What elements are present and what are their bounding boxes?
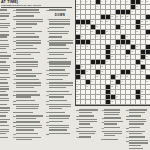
cell-number: 80 [146, 80, 148, 82]
clue-text-line [104, 131, 122, 132]
clue-item: 18 [0, 43, 11, 50]
clue-text [0, 94, 11, 97]
clue-text [0, 76, 11, 81]
clue-item: 35 [76, 118, 99, 125]
clue-number: 27 [46, 124, 49, 131]
clue-text [0, 30, 11, 33]
clue-text [129, 136, 149, 139]
clue-text [49, 100, 74, 103]
clue-text-line [0, 131, 9, 132]
clue-text [104, 109, 124, 116]
clue-text-line [49, 79, 62, 80]
cell-number: 69 [131, 70, 133, 72]
clue-text-line [16, 94, 40, 95]
clue-number: 4 [46, 36, 49, 39]
clue-number: 21 [46, 103, 49, 110]
clue-number: 8 [46, 57, 49, 60]
clue-text-line [49, 69, 64, 70]
clue-number: 68 [13, 57, 16, 60]
clue-text-line [0, 86, 9, 87]
clue-item: 55 [13, 15, 44, 18]
clue-text-line [16, 45, 33, 46]
clue-text [49, 82, 74, 89]
clue-text [49, 111, 74, 114]
clue-text [104, 117, 124, 120]
clue-item: 22 [46, 111, 74, 114]
clue-item: 59 [126, 127, 149, 130]
clue-text-line [0, 125, 9, 126]
clue-number: 61 [13, 36, 16, 39]
cell-number: 6 [106, 0, 107, 2]
clue-text [79, 127, 99, 130]
clue-number: 92 [46, 9, 49, 12]
clue-number: 71 [13, 69, 16, 72]
clue-text [0, 128, 11, 135]
clue-text-line [49, 52, 71, 53]
clue-text-line [0, 36, 7, 37]
clue-number: 66 [126, 148, 129, 149]
clue-item: 39 [0, 97, 11, 102]
clue-text-line [129, 140, 147, 141]
clue-number: 11 [46, 73, 49, 78]
clue-number: 81 [13, 94, 16, 99]
clue-text-line [104, 135, 115, 136]
clue-number: 22 [46, 111, 49, 114]
clue-text-line [104, 109, 120, 110]
clue-text-line [16, 40, 40, 41]
cell-number: 32 [121, 25, 123, 27]
clue-item: 37 [76, 127, 99, 130]
clue-text [16, 15, 44, 18]
clue-text-line [0, 73, 9, 74]
clue-number: 64 [126, 136, 129, 139]
cell-number: 81 [76, 85, 78, 87]
clue-text-line [49, 61, 70, 62]
clue-item: 56 [13, 18, 44, 25]
clue-item: 24 [46, 115, 74, 120]
clue-text-line [129, 148, 143, 149]
clue-text [129, 127, 149, 130]
clue-text-line [0, 67, 10, 68]
clue-text-line [16, 31, 41, 32]
clue-text-line [0, 137, 8, 138]
clue-number: 38 [76, 130, 79, 135]
cell-number: 8 [116, 0, 117, 2]
clue-text-line [0, 91, 6, 92]
clue-text-line [79, 115, 94, 116]
clue-item: 28 [46, 133, 74, 136]
clue-text-line [49, 48, 68, 49]
cell-number: 64 [91, 65, 93, 67]
clue-number: 9 [46, 61, 49, 68]
clue-item: 13 [0, 22, 11, 29]
clue-number: 55 [13, 15, 16, 18]
clue-text-line [49, 133, 69, 134]
clue-text-line [0, 48, 6, 49]
cell-number: 7 [111, 0, 112, 2]
clue-number: 12 [46, 78, 49, 81]
clue-text [49, 57, 74, 60]
clue-text-line [129, 115, 141, 116]
clue-text-line [16, 79, 39, 80]
cell-number: 19 [111, 15, 113, 17]
cell-number: 39 [81, 35, 83, 37]
grid-cell[interactable] [146, 100, 150, 105]
clue-number: 87 [13, 115, 16, 120]
clue-item: 34 [0, 86, 11, 93]
clue-text [49, 30, 74, 35]
clue-item: 92 [46, 9, 74, 12]
clue-text-line [49, 40, 72, 41]
clue-text-line [49, 31, 69, 32]
header-rule [1, 7, 72, 8]
clue-item: 51 [126, 109, 149, 114]
clue-column-2: 92DOWN1234567891011121415172021222425272… [46, 9, 74, 149]
clue-text-line [129, 112, 145, 113]
clue-item: 53 [0, 136, 11, 139]
cell-number: 59 [146, 55, 148, 57]
clue-text-line [0, 119, 10, 120]
cell-number: 43 [146, 35, 148, 37]
clue-item: 32 [0, 76, 11, 81]
cell-number: 83 [111, 85, 113, 87]
clue-text [49, 40, 74, 47]
clue-text-line [49, 21, 70, 22]
clue-text [49, 27, 74, 30]
clue-item: 23 [0, 55, 11, 60]
clue-text [16, 111, 44, 114]
clue-text-line [49, 108, 62, 109]
clue-column-4: 414346474850 [101, 109, 124, 149]
clue-text-line [104, 114, 118, 115]
clue-text-line [16, 104, 39, 105]
clue-text-line [0, 77, 10, 78]
clue-text-line [16, 139, 31, 140]
clue-text [49, 61, 74, 68]
clue-text [49, 36, 74, 39]
cell-number: 9 [121, 0, 122, 2]
clue-text-line [0, 79, 7, 80]
clue-text [49, 48, 74, 51]
clue-text-line [0, 19, 6, 20]
cell-number: 74 [121, 75, 123, 77]
cell-number: 42 [126, 35, 128, 37]
cell-number: 17 [131, 10, 133, 12]
clue-text [79, 115, 99, 118]
cell-number: 47 [81, 45, 83, 47]
clue-item: 15 [46, 90, 74, 93]
cell-number: 11 [141, 0, 143, 2]
clue-text [49, 51, 74, 56]
cell-number: 89 [116, 95, 118, 97]
clue-item: 17 [46, 94, 74, 99]
clue-text-line [16, 58, 34, 59]
clue-item: 86 [13, 111, 44, 114]
clue-text-line [49, 87, 66, 88]
cell-number: 13 [76, 5, 78, 7]
clue-text-line [0, 31, 9, 32]
clue-text-line [0, 112, 8, 113]
clue-text [49, 133, 74, 136]
clue-text-line [129, 145, 140, 146]
clue-text-line [49, 106, 71, 107]
clue-text-line [104, 117, 121, 118]
clue-text-line [49, 125, 69, 126]
cell-number: 35 [91, 30, 93, 32]
cell-number: 24 [101, 20, 103, 22]
clue-item: 44 [0, 107, 11, 114]
clue-text-line [16, 27, 31, 28]
cell-number: 23 [91, 20, 93, 22]
clue-number: 58 [126, 118, 129, 125]
cell-number: 20 [116, 15, 118, 17]
clue-text [16, 57, 44, 60]
clue-text-line [49, 66, 70, 67]
clue-text [79, 130, 99, 135]
cell-number: 67 [86, 70, 88, 72]
clue-text [49, 124, 74, 131]
clue-text-line [16, 9, 39, 10]
clue-text-line [49, 23, 69, 24]
clue-item: 4 [46, 36, 74, 39]
clue-item: 19 [0, 51, 11, 54]
clue-number: 91 [13, 136, 16, 141]
clue-text-line [16, 52, 39, 53]
clue-item: 26 [0, 61, 11, 64]
clue-text-line [79, 109, 97, 110]
clue-item: 85 [13, 103, 44, 110]
clue-number: 46 [101, 121, 104, 126]
clue-text-line [0, 121, 7, 122]
clue-text-line [79, 119, 97, 120]
clue-text-line [16, 91, 37, 92]
clue-column-3: 293035373840 [76, 109, 99, 149]
clue-number: 35 [76, 118, 79, 125]
clue-text-line [104, 112, 120, 113]
crossword-grid: 1234567891011121314151617181920212223242… [75, 0, 150, 106]
clue-item: 50 [101, 138, 124, 141]
clue-item: 38 [76, 130, 99, 135]
cell-number: 71 [81, 75, 83, 77]
clue-text-line [16, 129, 34, 130]
clue-text-line [16, 54, 30, 55]
clue-item: 66 [126, 148, 149, 149]
clue-number: 14 [46, 82, 49, 89]
clue-text-line [16, 21, 42, 22]
clue-number: 57 [13, 27, 16, 30]
clue-text-line [0, 61, 6, 62]
clue-text [16, 115, 44, 120]
clue-item: 1 [46, 18, 74, 25]
clue-item: 91 [13, 136, 44, 141]
puzzle-byline: Crossword Edited by Will Shortz [1, 4, 73, 7]
clue-text [0, 65, 11, 72]
clue-text [16, 73, 44, 78]
clue-text [16, 136, 44, 141]
clue-text [16, 48, 44, 51]
clue-text-line [129, 142, 147, 143]
clue-text-line [16, 64, 38, 65]
clue-number: 51 [126, 109, 129, 114]
clue-item: 76 [13, 78, 44, 81]
clue-text [0, 119, 11, 124]
clue-item: 42 [0, 103, 11, 106]
clue-number: 3 [46, 30, 49, 35]
cell-number: 63 [81, 65, 83, 67]
cell-number: 45 [131, 40, 133, 42]
clue-number: 73 [13, 73, 16, 78]
clue-text-line [16, 127, 41, 128]
clue-text-line [0, 100, 9, 101]
clue-number: 15 [46, 90, 49, 93]
cell-number: 12 [146, 0, 148, 2]
clue-text-line [16, 115, 42, 116]
clue-item: 69 [13, 61, 44, 68]
clue-text [16, 27, 44, 30]
clue-text-line [49, 42, 72, 43]
clue-text-line [0, 52, 7, 53]
clue-item: 68 [13, 57, 44, 60]
clue-text-line [16, 106, 39, 107]
clue-text [49, 78, 74, 81]
clue-number: 47 [101, 127, 104, 130]
clue-text [0, 82, 11, 85]
clue-text [49, 121, 74, 124]
clue-text [16, 18, 44, 25]
clue-number: 83 [13, 100, 16, 103]
clue-item: 43 [101, 117, 124, 120]
cell-number: 10 [126, 0, 128, 2]
clue-text [16, 82, 44, 89]
cell-number: 92 [111, 100, 113, 102]
clue-text [0, 136, 11, 139]
clue-text-line [0, 23, 10, 24]
clue-text-line [49, 96, 64, 97]
clue-item: 1 [0, 9, 11, 12]
clue-number: 43 [101, 117, 104, 120]
clue-text [79, 118, 99, 125]
clue-item: 5 [0, 13, 11, 18]
clue-number: 10 [46, 69, 49, 72]
clue-text-line [16, 66, 37, 67]
cell-number: 2 [81, 0, 82, 2]
clue-item: 55 [126, 115, 149, 118]
cell-number: 38 [136, 30, 138, 32]
clue-text [129, 109, 149, 114]
clue-item: 8 [46, 57, 74, 60]
clue-item: 65 [126, 140, 149, 147]
clue-text-line [0, 133, 6, 134]
clue-text [0, 107, 11, 114]
clue-text-line [49, 91, 69, 92]
clue-text-line [0, 65, 10, 66]
clue-item: 64 [126, 136, 149, 139]
clue-number: 63 [13, 48, 16, 51]
clue-text-line [49, 75, 68, 76]
clue-text [16, 103, 44, 110]
clue-text-line [16, 36, 38, 37]
clue-text [0, 13, 11, 18]
down-heading: DOWN [46, 14, 74, 17]
clue-number: 24 [46, 115, 49, 120]
clue-text-line [16, 82, 41, 83]
clue-number: 20 [46, 100, 49, 103]
clue-item: 49 [0, 125, 11, 128]
clue-text [16, 36, 44, 39]
clue-text-line [0, 40, 8, 41]
clue-text-line [104, 127, 119, 128]
cell-number: 66 [136, 65, 138, 67]
cell-number: 27 [146, 20, 148, 22]
cell-number: 49 [111, 45, 113, 47]
clue-text-line [16, 75, 35, 76]
clue-text-line [79, 136, 91, 137]
clue-text-line [16, 112, 32, 113]
clue-number: 48 [101, 130, 104, 137]
cell-number: 90 [141, 95, 143, 97]
clue-item: 9 [46, 61, 74, 68]
clue-item: 16 [0, 34, 11, 39]
clue-text-line [0, 115, 6, 116]
clue-text [104, 130, 124, 137]
clue-item: 5 [46, 40, 74, 47]
clue-number: 62 [13, 40, 16, 47]
clue-item: 28 [0, 65, 11, 72]
clue-text [16, 9, 44, 14]
clue-text-line [49, 27, 64, 28]
clue-text-line [16, 15, 33, 16]
clue-item: 25 [46, 121, 74, 124]
cell-number: 36 [106, 30, 108, 32]
clue-text [49, 9, 74, 12]
clue-text-line [0, 25, 10, 26]
clue-text-line [49, 33, 67, 34]
clue-text-line [0, 107, 10, 108]
clue-item: 73 [13, 73, 44, 78]
clue-item: 10 [46, 69, 74, 72]
clue-text-line [79, 127, 92, 128]
clue-item: 11 [46, 73, 74, 78]
clue-text-line [79, 112, 91, 113]
clue-text-line [16, 12, 39, 13]
clue-text-line [104, 139, 117, 140]
cell-number: 62 [141, 60, 143, 62]
newspaper-crossword-page: { "game": "crossword", "position": { "ro… [0, 0, 150, 150]
cell-number: 33 [141, 25, 143, 27]
clue-text [49, 18, 74, 25]
clue-text-line [0, 27, 8, 28]
clue-text-line [49, 36, 62, 37]
cell-number: 86 [111, 90, 113, 92]
cell-number: 87 [141, 90, 143, 92]
clue-number: 5 [46, 40, 49, 47]
cell-number: 76 [76, 80, 78, 82]
clue-item: 88 [13, 121, 44, 124]
clue-number: 1 [46, 18, 49, 25]
clue-number: 86 [13, 111, 16, 114]
clue-text-line [0, 46, 9, 47]
clue-text-line [79, 121, 97, 122]
clue-number: 55 [126, 115, 129, 118]
cell-number: 48 [86, 45, 88, 47]
clue-number: 59 [126, 127, 129, 130]
clue-item: 57 [13, 27, 44, 30]
clue-item: 61 [126, 130, 149, 135]
clue-text [104, 138, 124, 141]
clue-text-line [79, 131, 96, 132]
clue-number: 88 [13, 121, 16, 124]
clue-item: 33 [0, 82, 11, 85]
